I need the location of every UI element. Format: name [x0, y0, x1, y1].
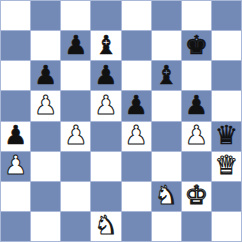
black-pawn[interactable]: ♟ — [185, 92, 208, 118]
white-knight[interactable]: ♞ — [155, 182, 178, 208]
black-bishop[interactable]: ♝ — [94, 32, 117, 58]
white-queen[interactable]: ♛ — [215, 152, 238, 178]
black-pawn[interactable]: ♟ — [34, 62, 57, 88]
white-pawn[interactable]: ♟ — [124, 122, 147, 148]
square-f8[interactable] — [152, 1, 181, 30]
square-a4[interactable]: ♟ — [1, 122, 30, 151]
square-a6[interactable] — [1, 61, 30, 90]
square-b7[interactable] — [31, 31, 60, 60]
square-h1[interactable] — [212, 212, 241, 241]
square-g1[interactable] — [182, 212, 211, 241]
black-king[interactable]: ♚ — [185, 32, 208, 58]
square-g3[interactable] — [182, 152, 211, 181]
black-queen[interactable]: ♛ — [215, 122, 238, 148]
white-pawn[interactable]: ♟ — [185, 122, 208, 148]
square-f7[interactable] — [152, 31, 181, 60]
black-bishop[interactable]: ♝ — [155, 62, 178, 88]
square-e2[interactable] — [122, 182, 151, 211]
square-g8[interactable] — [182, 1, 211, 30]
square-e3[interactable] — [122, 152, 151, 181]
square-b6[interactable]: ♟ — [31, 61, 60, 90]
square-b2[interactable] — [31, 182, 60, 211]
black-pawn[interactable]: ♟ — [124, 92, 147, 118]
square-c5[interactable] — [61, 91, 90, 120]
white-knight[interactable]: ♞ — [94, 212, 117, 238]
square-f6[interactable]: ♝ — [152, 61, 181, 90]
square-g5[interactable]: ♟ — [182, 91, 211, 120]
square-a1[interactable] — [1, 212, 30, 241]
square-g6[interactable] — [182, 61, 211, 90]
square-e8[interactable] — [122, 1, 151, 30]
square-f2[interactable]: ♞ — [152, 182, 181, 211]
square-a3[interactable]: ♟ — [1, 152, 30, 181]
square-f4[interactable] — [152, 122, 181, 151]
square-f5[interactable] — [152, 91, 181, 120]
square-e5[interactable]: ♟ — [122, 91, 151, 120]
square-d3[interactable] — [91, 152, 120, 181]
square-a5[interactable] — [1, 91, 30, 120]
square-d5[interactable]: ♟ — [91, 91, 120, 120]
white-pawn[interactable]: ♟ — [4, 152, 27, 178]
square-e4[interactable]: ♟ — [122, 122, 151, 151]
square-c4[interactable]: ♟ — [61, 122, 90, 151]
square-f3[interactable] — [152, 152, 181, 181]
square-c2[interactable] — [61, 182, 90, 211]
square-f1[interactable] — [152, 212, 181, 241]
white-pawn[interactable]: ♟ — [34, 92, 57, 118]
square-b1[interactable] — [31, 212, 60, 241]
square-d1[interactable]: ♞ — [91, 212, 120, 241]
square-c6[interactable] — [61, 61, 90, 90]
square-h2[interactable] — [212, 182, 241, 211]
square-c3[interactable] — [61, 152, 90, 181]
square-a2[interactable] — [1, 182, 30, 211]
square-b5[interactable]: ♟ — [31, 91, 60, 120]
square-h5[interactable] — [212, 91, 241, 120]
white-king[interactable]: ♚ — [185, 182, 208, 208]
square-d7[interactable]: ♝ — [91, 31, 120, 60]
square-h7[interactable] — [212, 31, 241, 60]
black-pawn[interactable]: ♟ — [4, 122, 27, 148]
square-g4[interactable]: ♟ — [182, 122, 211, 151]
square-h3[interactable]: ♛ — [212, 152, 241, 181]
square-a7[interactable] — [1, 31, 30, 60]
square-b3[interactable] — [31, 152, 60, 181]
square-h8[interactable] — [212, 1, 241, 30]
square-b4[interactable] — [31, 122, 60, 151]
square-d6[interactable]: ♟ — [91, 61, 120, 90]
square-a8[interactable] — [1, 1, 30, 30]
square-g7[interactable]: ♚ — [182, 31, 211, 60]
square-h6[interactable] — [212, 61, 241, 90]
chess-board: ♟♝♚♟♟♝♟♟♟♟♟♟♟♟♛♟♛♞♚♞ — [0, 0, 242, 242]
square-e7[interactable] — [122, 31, 151, 60]
square-h4[interactable]: ♛ — [212, 122, 241, 151]
black-pawn[interactable]: ♟ — [94, 62, 117, 88]
square-c7[interactable]: ♟ — [61, 31, 90, 60]
square-b8[interactable] — [31, 1, 60, 30]
square-e6[interactable] — [122, 61, 151, 90]
white-pawn[interactable]: ♟ — [64, 122, 87, 148]
square-d4[interactable] — [91, 122, 120, 151]
black-pawn[interactable]: ♟ — [64, 32, 87, 58]
square-d8[interactable] — [91, 1, 120, 30]
square-g2[interactable]: ♚ — [182, 182, 211, 211]
white-pawn[interactable]: ♟ — [94, 92, 117, 118]
square-c8[interactable] — [61, 1, 90, 30]
square-e1[interactable] — [122, 212, 151, 241]
square-c1[interactable] — [61, 212, 90, 241]
square-d2[interactable] — [91, 182, 120, 211]
